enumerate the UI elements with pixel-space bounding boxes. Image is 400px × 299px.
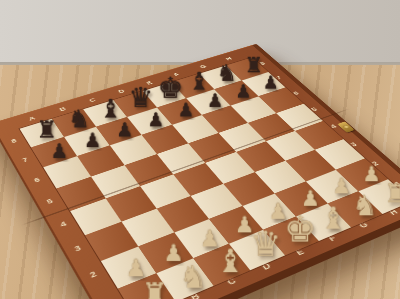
piece-dark-pawn-a7: ♟ [37,141,81,161]
chess-set-photo: ABCDEFGH ABCDEFGH 87654321 87654321 ♜♞♝♛… [0,0,400,299]
wall-background [0,0,400,64]
piece-light-rook-a1: ♜ [128,280,182,299]
